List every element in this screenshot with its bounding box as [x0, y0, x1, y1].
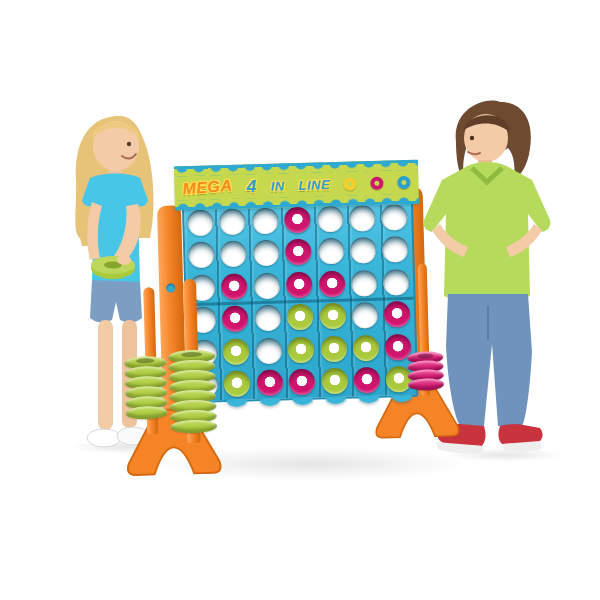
title-banner: MEGA 4 IN LINE	[174, 160, 419, 211]
cell-r1-c2	[216, 205, 249, 238]
banner-word-4: 4	[246, 176, 257, 197]
ring-stack-left	[124, 356, 168, 420]
green-disc	[223, 338, 250, 365]
cell-r6-c5	[318, 365, 351, 398]
empty-hole	[317, 206, 344, 233]
cell-r2-c5	[314, 235, 347, 268]
green-disc	[288, 336, 315, 363]
cell-r4-c7	[381, 298, 414, 331]
cell-r2-c7	[379, 233, 412, 266]
magenta-disc	[222, 306, 249, 333]
magenta-disc	[221, 273, 248, 300]
empty-hole	[188, 242, 215, 269]
green-disc	[319, 303, 346, 330]
empty-hole	[252, 208, 279, 235]
banner-word-in: IN	[270, 178, 284, 193]
cell-r2-c1	[185, 239, 218, 272]
cell-r3-c3	[251, 269, 284, 302]
cell-r3-c2	[218, 270, 251, 303]
empty-hole	[187, 209, 214, 236]
cell-r4-c4	[284, 301, 317, 334]
cell-r3-c7	[380, 266, 413, 299]
ring-stack-center	[168, 349, 217, 433]
magenta-disc	[286, 271, 313, 298]
cell-r1-c1	[184, 206, 217, 239]
cell-r5-c5	[317, 332, 350, 365]
cell-r2-c3	[250, 237, 283, 270]
green-disc	[287, 304, 314, 331]
empty-hole	[317, 238, 344, 265]
magenta-disc	[384, 301, 411, 328]
board-panel	[182, 199, 418, 403]
cell-r6-c6	[350, 364, 383, 397]
cell-r1-c7	[378, 201, 411, 234]
empty-hole	[255, 337, 282, 364]
cell-r2-c6	[347, 234, 380, 267]
cell-r3-c5	[315, 267, 348, 300]
empty-hole	[383, 269, 410, 296]
empty-hole	[382, 236, 409, 263]
green-spare-ring	[126, 406, 168, 420]
cell-r6-c3	[253, 366, 286, 399]
magenta-disc	[256, 369, 283, 396]
cell-r6-c4	[286, 365, 319, 398]
cell-r3-c4	[283, 268, 316, 301]
empty-hole	[351, 270, 378, 297]
banner-magenta-ring-icon	[370, 176, 383, 189]
product-photo: MEGA 4 IN LINE	[0, 0, 600, 600]
banner-yellow-ring-icon	[344, 177, 357, 190]
cell-r2-c2	[217, 238, 250, 271]
empty-hole	[350, 237, 377, 264]
green-disc	[224, 370, 251, 397]
empty-hole	[352, 302, 379, 329]
empty-hole	[255, 305, 282, 332]
magenta-disc	[318, 271, 345, 298]
cell-r2-c4	[282, 236, 315, 269]
ring-stack-right	[407, 351, 444, 391]
green-disc	[321, 368, 348, 395]
cell-r4-c3	[251, 302, 284, 335]
empty-hole	[219, 208, 246, 235]
board-grid	[184, 201, 416, 402]
green-disc	[353, 334, 380, 361]
cell-r1-c6	[346, 202, 379, 235]
empty-hole	[381, 204, 408, 231]
cell-r5-c2	[220, 335, 253, 368]
cell-r5-c4	[285, 333, 318, 366]
cell-r6-c2	[221, 367, 254, 400]
banner-word-line: LINE	[298, 177, 330, 193]
green-spare-ring	[170, 419, 217, 433]
cell-r1-c3	[249, 204, 282, 237]
cell-r5-c3	[252, 334, 285, 367]
cell-r4-c5	[316, 300, 349, 333]
cell-r5-c6	[349, 331, 382, 364]
magenta-disc	[285, 239, 312, 266]
empty-hole	[220, 241, 247, 268]
screw-icon	[166, 283, 175, 292]
empty-hole	[253, 240, 280, 267]
banner-word-mega: MEGA	[182, 177, 233, 199]
cell-r3-c6	[348, 267, 381, 300]
magenta-disc	[289, 369, 316, 396]
cell-r1-c4	[281, 204, 314, 237]
green-disc	[320, 335, 347, 362]
banner-blue-ring-icon	[397, 175, 410, 188]
cell-r4-c6	[349, 299, 382, 332]
magenta-disc	[284, 207, 311, 234]
cell-r4-c2	[219, 303, 252, 336]
magenta-disc	[353, 367, 380, 394]
magenta-spare-ring	[408, 378, 444, 391]
cell-r1-c5	[313, 203, 346, 236]
empty-hole	[349, 205, 376, 232]
empty-hole	[254, 272, 281, 299]
connect-four-toy: MEGA 4 IN LINE	[83, 134, 517, 494]
